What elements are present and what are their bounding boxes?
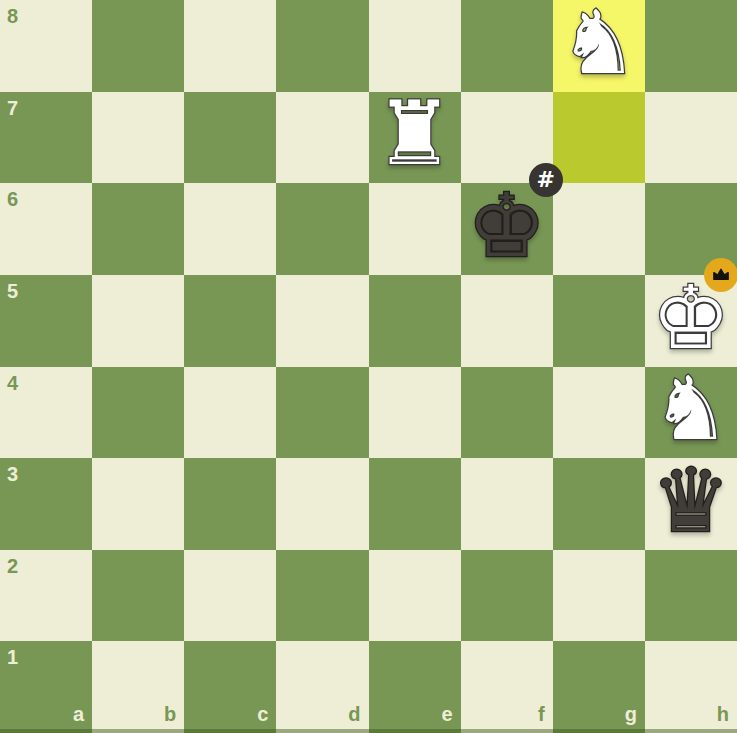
square-a3[interactable]: 3	[0, 458, 92, 550]
square-h7[interactable]	[645, 92, 737, 184]
white-knight[interactable]: ♞	[645, 364, 737, 456]
square-f5[interactable]	[461, 275, 553, 367]
square-c8[interactable]	[184, 0, 276, 92]
square-c4[interactable]	[184, 367, 276, 459]
file-label-a: a	[73, 704, 84, 724]
square-b1[interactable]: b	[92, 641, 184, 733]
square-e6[interactable]	[369, 183, 461, 275]
square-e8[interactable]	[369, 0, 461, 92]
square-h1[interactable]: h	[645, 641, 737, 733]
square-b3[interactable]	[92, 458, 184, 550]
square-b7[interactable]	[92, 92, 184, 184]
square-e4[interactable]	[369, 367, 461, 459]
square-a6[interactable]: 6	[0, 183, 92, 275]
square-d7[interactable]	[276, 92, 368, 184]
square-f8[interactable]	[461, 0, 553, 92]
square-h3[interactable]: ♛	[645, 458, 737, 550]
square-b4[interactable]	[92, 367, 184, 459]
file-label-h: h	[717, 704, 729, 724]
square-h8[interactable]	[645, 0, 737, 92]
square-a1[interactable]: 1a	[0, 641, 92, 733]
rank-label-3: 3	[7, 464, 18, 484]
square-c7[interactable]	[184, 92, 276, 184]
rank-label-8: 8	[7, 6, 18, 26]
square-c5[interactable]	[184, 275, 276, 367]
rank-label-7: 7	[7, 98, 18, 118]
square-a5[interactable]: 5	[0, 275, 92, 367]
square-c3[interactable]	[184, 458, 276, 550]
square-h2[interactable]	[645, 550, 737, 642]
square-b2[interactable]	[92, 550, 184, 642]
rank-label-5: 5	[7, 281, 18, 301]
square-d5[interactable]	[276, 275, 368, 367]
square-d4[interactable]	[276, 367, 368, 459]
chess-board: 8♞7♜6♚#5♚4♞3♛21abcdefgh	[0, 0, 737, 733]
square-g8[interactable]: ♞	[553, 0, 645, 92]
square-a7[interactable]: 7	[0, 92, 92, 184]
square-g7[interactable]	[553, 92, 645, 184]
square-e2[interactable]	[369, 550, 461, 642]
square-e3[interactable]	[369, 458, 461, 550]
file-label-f: f	[538, 704, 545, 724]
square-d2[interactable]	[276, 550, 368, 642]
rank-label-2: 2	[7, 556, 18, 576]
square-d6[interactable]	[276, 183, 368, 275]
square-e7[interactable]: ♜	[369, 92, 461, 184]
square-a2[interactable]: 2	[0, 550, 92, 642]
rank-label-6: 6	[7, 189, 18, 209]
square-c2[interactable]	[184, 550, 276, 642]
square-f6[interactable]: ♚#	[461, 183, 553, 275]
square-d3[interactable]	[276, 458, 368, 550]
file-label-c: c	[257, 704, 268, 724]
square-c1[interactable]: c	[184, 641, 276, 733]
square-h5[interactable]: ♚	[645, 275, 737, 367]
square-h4[interactable]: ♞	[645, 367, 737, 459]
square-d8[interactable]	[276, 0, 368, 92]
square-b5[interactable]	[92, 275, 184, 367]
file-label-d: d	[348, 704, 360, 724]
square-g3[interactable]	[553, 458, 645, 550]
winner-crown-badge	[704, 258, 737, 292]
white-rook[interactable]: ♜	[369, 89, 461, 181]
black-queen[interactable]: ♛	[645, 455, 737, 547]
chess-board-area: 8♞7♜6♚#5♚4♞3♛21abcdefgh	[0, 0, 737, 733]
square-e5[interactable]	[369, 275, 461, 367]
square-g5[interactable]	[553, 275, 645, 367]
square-g6[interactable]	[553, 183, 645, 275]
rank-label-1: 1	[7, 647, 18, 667]
square-d1[interactable]: d	[276, 641, 368, 733]
square-f2[interactable]	[461, 550, 553, 642]
checkmate-badge: #	[529, 163, 563, 197]
file-label-e: e	[442, 704, 453, 724]
square-c6[interactable]	[184, 183, 276, 275]
file-label-b: b	[164, 704, 176, 724]
crown-icon	[710, 264, 732, 286]
square-g2[interactable]	[553, 550, 645, 642]
square-b8[interactable]	[92, 0, 184, 92]
board-bottom-edge	[0, 729, 737, 733]
square-a4[interactable]: 4	[0, 367, 92, 459]
white-knight[interactable]: ♞	[553, 0, 645, 89]
rank-label-4: 4	[7, 373, 18, 393]
square-f4[interactable]	[461, 367, 553, 459]
file-label-g: g	[625, 704, 637, 724]
square-g4[interactable]	[553, 367, 645, 459]
square-g1[interactable]: g	[553, 641, 645, 733]
square-b6[interactable]	[92, 183, 184, 275]
square-f1[interactable]: f	[461, 641, 553, 733]
square-e1[interactable]: e	[369, 641, 461, 733]
square-a8[interactable]: 8	[0, 0, 92, 92]
square-f3[interactable]	[461, 458, 553, 550]
